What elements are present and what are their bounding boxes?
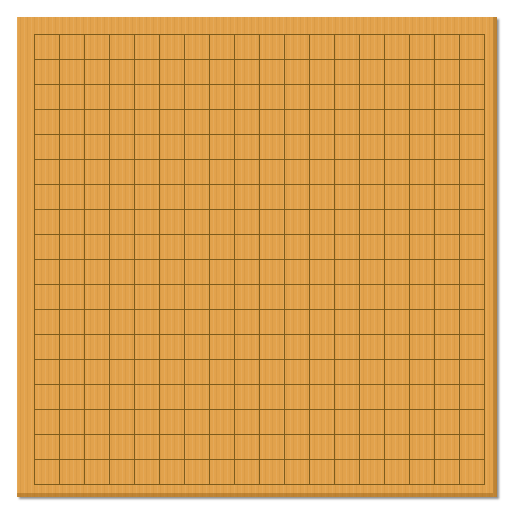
stones-layer <box>22 22 497 497</box>
go-diagram <box>0 0 521 521</box>
